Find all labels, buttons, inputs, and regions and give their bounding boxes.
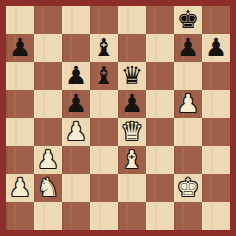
square-h1[interactable] <box>202 202 230 230</box>
square-d1[interactable] <box>90 202 118 230</box>
square-g8[interactable]: ♚ <box>174 6 202 34</box>
square-b5[interactable] <box>34 90 62 118</box>
piece-white-pawn: ♟ <box>65 119 87 144</box>
square-f6[interactable] <box>146 62 174 90</box>
square-c4[interactable]: ♟ <box>62 118 90 146</box>
square-f4[interactable] <box>146 118 174 146</box>
square-h6[interactable] <box>202 62 230 90</box>
piece-black-pawn: ♟ <box>205 35 227 60</box>
square-b4[interactable] <box>34 118 62 146</box>
piece-black-pawn: ♟ <box>177 35 199 60</box>
square-b8[interactable] <box>34 6 62 34</box>
square-d2[interactable] <box>90 174 118 202</box>
square-a6[interactable] <box>6 62 34 90</box>
square-b6[interactable] <box>34 62 62 90</box>
square-g1[interactable] <box>174 202 202 230</box>
square-a7[interactable]: ♟ <box>6 34 34 62</box>
square-g5[interactable]: ♟ <box>174 90 202 118</box>
chess-board: ♚♟♝♟♟♟♝♛♟♟♟♟♛♟♝♟♞♚ <box>0 0 236 236</box>
square-b7[interactable] <box>34 34 62 62</box>
square-f7[interactable] <box>146 34 174 62</box>
square-e4[interactable]: ♛ <box>118 118 146 146</box>
piece-white-pawn: ♟ <box>9 175 31 200</box>
square-c3[interactable] <box>62 146 90 174</box>
square-f8[interactable] <box>146 6 174 34</box>
piece-black-pawn: ♟ <box>9 35 31 60</box>
piece-black-pawn: ♟ <box>65 91 87 116</box>
piece-black-pawn: ♟ <box>65 63 87 88</box>
square-h4[interactable] <box>202 118 230 146</box>
square-f1[interactable] <box>146 202 174 230</box>
square-c5[interactable]: ♟ <box>62 90 90 118</box>
square-a5[interactable] <box>6 90 34 118</box>
square-g2[interactable]: ♚ <box>174 174 202 202</box>
square-g3[interactable] <box>174 146 202 174</box>
square-c6[interactable]: ♟ <box>62 62 90 90</box>
square-a1[interactable] <box>6 202 34 230</box>
square-c2[interactable] <box>62 174 90 202</box>
square-b3[interactable]: ♟ <box>34 146 62 174</box>
square-h7[interactable]: ♟ <box>202 34 230 62</box>
square-g6[interactable] <box>174 62 202 90</box>
square-e1[interactable] <box>118 202 146 230</box>
square-d6[interactable]: ♝ <box>90 62 118 90</box>
square-h5[interactable] <box>202 90 230 118</box>
piece-white-queen: ♛ <box>121 119 143 144</box>
square-d7[interactable]: ♝ <box>90 34 118 62</box>
square-f2[interactable] <box>146 174 174 202</box>
square-d5[interactable] <box>90 90 118 118</box>
piece-white-bishop: ♝ <box>121 147 143 172</box>
square-f3[interactable] <box>146 146 174 174</box>
square-h2[interactable] <box>202 174 230 202</box>
piece-white-knight: ♞ <box>37 175 59 200</box>
piece-white-pawn: ♟ <box>177 91 199 116</box>
square-e8[interactable] <box>118 6 146 34</box>
square-e2[interactable] <box>118 174 146 202</box>
square-a4[interactable] <box>6 118 34 146</box>
square-b1[interactable] <box>34 202 62 230</box>
square-e6[interactable]: ♛ <box>118 62 146 90</box>
square-g4[interactable] <box>174 118 202 146</box>
square-e7[interactable] <box>118 34 146 62</box>
square-c7[interactable] <box>62 34 90 62</box>
square-a2[interactable]: ♟ <box>6 174 34 202</box>
piece-black-bishop: ♝ <box>93 35 115 60</box>
piece-black-bishop: ♝ <box>93 63 115 88</box>
piece-black-queen: ♛ <box>121 63 143 88</box>
square-c1[interactable] <box>62 202 90 230</box>
square-h3[interactable] <box>202 146 230 174</box>
square-d4[interactable] <box>90 118 118 146</box>
piece-white-pawn: ♟ <box>37 147 59 172</box>
square-e3[interactable]: ♝ <box>118 146 146 174</box>
piece-black-king: ♚ <box>177 7 199 32</box>
square-f5[interactable] <box>146 90 174 118</box>
square-h8[interactable] <box>202 6 230 34</box>
square-a3[interactable] <box>6 146 34 174</box>
piece-black-pawn: ♟ <box>121 91 143 116</box>
square-g7[interactable]: ♟ <box>174 34 202 62</box>
square-d8[interactable] <box>90 6 118 34</box>
square-b2[interactable]: ♞ <box>34 174 62 202</box>
square-c8[interactable] <box>62 6 90 34</box>
square-a8[interactable] <box>6 6 34 34</box>
piece-white-king: ♚ <box>177 175 199 200</box>
square-d3[interactable] <box>90 146 118 174</box>
square-e5[interactable]: ♟ <box>118 90 146 118</box>
